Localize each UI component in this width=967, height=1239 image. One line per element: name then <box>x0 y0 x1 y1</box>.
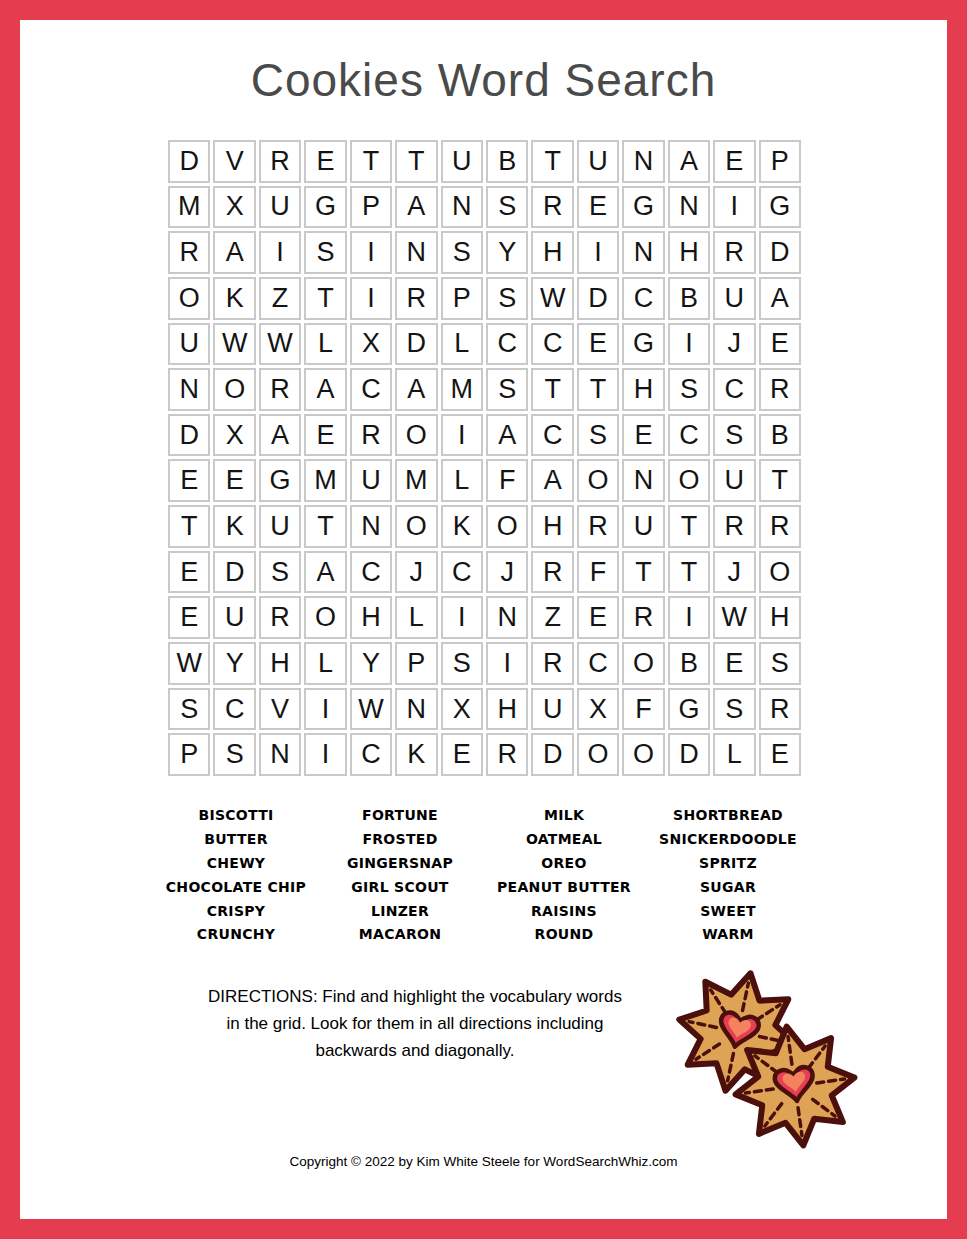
directions-text: DIRECTIONS: Find and highlight the vocab… <box>160 983 670 1064</box>
grid-cell-r9c3[interactable]: U <box>259 505 301 548</box>
grid-cell-r12c5[interactable]: Y <box>350 642 392 685</box>
grid-cell-r11c2[interactable]: U <box>213 596 255 639</box>
grid-cell-r14c5[interactable]: C <box>350 733 392 776</box>
grid-cell-r1c8[interactable]: B <box>486 140 528 183</box>
grid-cell-r10c11[interactable]: T <box>622 551 664 594</box>
word-list: BISCOTTIBUTTERCHEWYCHOCOLATE CHIPCRISPYC… <box>154 804 810 947</box>
grid-cell-r12c13[interactable]: E <box>713 642 755 685</box>
grid-cell-r2c4[interactable]: G <box>304 186 346 229</box>
word-item: OATMEAL <box>482 828 646 852</box>
grid-cell-r11c12[interactable]: I <box>668 596 710 639</box>
grid-cell-r11c4[interactable]: O <box>304 596 346 639</box>
grid-cell-r1c11[interactable]: N <box>622 140 664 183</box>
grid-cell-r3c5[interactable]: I <box>350 231 392 274</box>
grid-cell-r11c5[interactable]: H <box>350 596 392 639</box>
word-list-column-4: SHORTBREADSNICKERDOODLESPRITZSUGARSWEETW… <box>646 804 810 947</box>
page-title: Cookies Word Search <box>20 53 947 107</box>
grid-cell-r1c7[interactable]: U <box>441 140 483 183</box>
grid-cell-r9c6[interactable]: O <box>395 505 437 548</box>
grid-cell-r10c8[interactable]: J <box>486 551 528 594</box>
grid-cell-r7c3[interactable]: A <box>259 414 301 457</box>
grid-cell-r9c14[interactable]: R <box>759 505 801 548</box>
grid-cell-r3c13[interactable]: R <box>713 231 755 274</box>
grid-cell-r4c1[interactable]: O <box>168 277 210 320</box>
grid-cell-r5c2[interactable]: W <box>213 323 255 366</box>
grid-cell-r11c9[interactable]: Z <box>531 596 573 639</box>
grid-cell-r8c9[interactable]: A <box>531 459 573 502</box>
directions-line: in the grid. Look for them in all direct… <box>160 1010 670 1037</box>
grid-cell-r10c9[interactable]: R <box>531 551 573 594</box>
grid-cell-r9c4[interactable]: T <box>304 505 346 548</box>
grid-cell-r7c7[interactable]: I <box>441 414 483 457</box>
grid-cell-r13c14[interactable]: R <box>759 688 801 731</box>
word-item: MILK <box>482 804 646 828</box>
grid-cell-r1c9[interactable]: T <box>531 140 573 183</box>
grid-cell-r7c12[interactable]: C <box>668 414 710 457</box>
grid-cell-r12c4[interactable]: L <box>304 642 346 685</box>
grid-cell-r3c9[interactable]: H <box>531 231 573 274</box>
grid-cell-r3c4[interactable]: S <box>304 231 346 274</box>
grid-cell-r11c11[interactable]: R <box>622 596 664 639</box>
grid-cell-r6c4[interactable]: A <box>304 368 346 411</box>
grid-cell-r13c8[interactable]: H <box>486 688 528 731</box>
grid-cell-r3c12[interactable]: H <box>668 231 710 274</box>
grid-cell-r12c3[interactable]: H <box>259 642 301 685</box>
grid-cell-r6c11[interactable]: H <box>622 368 664 411</box>
grid-cell-r2c5[interactable]: P <box>350 186 392 229</box>
grid-cell-r8c10[interactable]: O <box>577 459 619 502</box>
grid-cell-r9c13[interactable]: R <box>713 505 755 548</box>
grid-cell-r5c11[interactable]: G <box>622 323 664 366</box>
grid-cell-r3c10[interactable]: I <box>577 231 619 274</box>
grid-cell-r13c13[interactable]: S <box>713 688 755 731</box>
grid-cell-r5c7[interactable]: L <box>441 323 483 366</box>
grid-cell-r9c9[interactable]: H <box>531 505 573 548</box>
grid-cell-r10c12[interactable]: T <box>668 551 710 594</box>
grid-cell-r9c12[interactable]: T <box>668 505 710 548</box>
word-item: CRUNCHY <box>154 923 318 947</box>
grid-cell-r2c6[interactable]: A <box>395 186 437 229</box>
grid-cell-r6c10[interactable]: T <box>577 368 619 411</box>
grid-cell-r3c8[interactable]: Y <box>486 231 528 274</box>
grid-cell-r13c5[interactable]: W <box>350 688 392 731</box>
grid-cell-r8c2[interactable]: E <box>213 459 255 502</box>
grid-cell-r14c3[interactable]: N <box>259 733 301 776</box>
grid-cell-r4c8[interactable]: S <box>486 277 528 320</box>
grid-cell-r5c8[interactable]: C <box>486 323 528 366</box>
grid-cell-r13c7[interactable]: X <box>441 688 483 731</box>
grid-cell-r9c7[interactable]: K <box>441 505 483 548</box>
grid-cell-r6c1[interactable]: N <box>168 368 210 411</box>
grid-cell-r4c10[interactable]: D <box>577 277 619 320</box>
grid-cell-r4c12[interactable]: B <box>668 277 710 320</box>
grid-cell-r1c6[interactable]: T <box>395 140 437 183</box>
grid-cell-r12c11[interactable]: O <box>622 642 664 685</box>
grid-cell-r8c5[interactable]: U <box>350 459 392 502</box>
grid-cell-r10c7[interactable]: C <box>441 551 483 594</box>
directions-line: backwards and diagonally. <box>160 1037 670 1064</box>
grid-cell-r7c8[interactable]: A <box>486 414 528 457</box>
grid-cell-r3c1[interactable]: R <box>168 231 210 274</box>
grid-cell-r14c4[interactable]: I <box>304 733 346 776</box>
grid-cell-r3c7[interactable]: S <box>441 231 483 274</box>
grid-cell-r1c2[interactable]: V <box>213 140 255 183</box>
grid-cell-r10c6[interactable]: J <box>395 551 437 594</box>
grid-cell-r5c1[interactable]: U <box>168 323 210 366</box>
grid-cell-r6c12[interactable]: S <box>668 368 710 411</box>
grid-cell-r9c8[interactable]: O <box>486 505 528 548</box>
grid-cell-r12c9[interactable]: R <box>531 642 573 685</box>
word-item: OREO <box>482 852 646 876</box>
grid-cell-r6c14[interactable]: R <box>759 368 801 411</box>
grid-cell-r11c14[interactable]: H <box>759 596 801 639</box>
grid-cell-r5c9[interactable]: C <box>531 323 573 366</box>
grid-cell-r6c3[interactable]: R <box>259 368 301 411</box>
grid-cell-r11c3[interactable]: R <box>259 596 301 639</box>
word-list-column-2: FORTUNEFROSTEDGINGERSNAPGIRL SCOUTLINZER… <box>318 804 482 947</box>
grid-cell-r2c12[interactable]: N <box>668 186 710 229</box>
grid-cell-r4c2[interactable]: K <box>213 277 255 320</box>
grid-cell-r14c7[interactable]: E <box>441 733 483 776</box>
word-item: SPRITZ <box>646 852 810 876</box>
word-item: SUGAR <box>646 876 810 900</box>
grid-cell-r14c10[interactable]: O <box>577 733 619 776</box>
word-item: BUTTER <box>154 828 318 852</box>
grid-cell-r1c12[interactable]: A <box>668 140 710 183</box>
grid-cell-r8c4[interactable]: M <box>304 459 346 502</box>
grid-cell-r7c4[interactable]: E <box>304 414 346 457</box>
grid-cell-r6c6[interactable]: A <box>395 368 437 411</box>
grid-cell-r10c14[interactable]: O <box>759 551 801 594</box>
grid-cell-r14c13[interactable]: L <box>713 733 755 776</box>
grid-cell-r8c13[interactable]: U <box>713 459 755 502</box>
grid-cell-r5c5[interactable]: X <box>350 323 392 366</box>
grid-cell-r3c14[interactable]: D <box>759 231 801 274</box>
grid-cell-r5c4[interactable]: L <box>304 323 346 366</box>
grid-cell-r8c8[interactable]: F <box>486 459 528 502</box>
grid-cell-r7c13[interactable]: S <box>713 414 755 457</box>
word-item: CHOCOLATE CHIP <box>154 876 318 900</box>
grid-cell-r12c10[interactable]: C <box>577 642 619 685</box>
grid-cell-r10c1[interactable]: E <box>168 551 210 594</box>
grid-cell-r14c2[interactable]: S <box>213 733 255 776</box>
grid-cell-r8c3[interactable]: G <box>259 459 301 502</box>
word-search-grid: DVRETTUBTUNAEPMXUGPANSREGNIGRAISINSYHINH… <box>168 140 801 776</box>
grid-cell-r5c10[interactable]: E <box>577 323 619 366</box>
grid-cell-r12c12[interactable]: B <box>668 642 710 685</box>
grid-cell-r2c2[interactable]: X <box>213 186 255 229</box>
grid-cell-r12c1[interactable]: W <box>168 642 210 685</box>
grid-cell-r8c11[interactable]: N <box>622 459 664 502</box>
grid-cell-r2c11[interactable]: G <box>622 186 664 229</box>
grid-cell-r10c10[interactable]: F <box>577 551 619 594</box>
grid-cell-r2c1[interactable]: M <box>168 186 210 229</box>
grid-cell-r2c13[interactable]: I <box>713 186 755 229</box>
grid-cell-r7c9[interactable]: C <box>531 414 573 457</box>
grid-cell-r10c2[interactable]: D <box>213 551 255 594</box>
word-item: SWEET <box>646 900 810 924</box>
word-item: CRISPY <box>154 900 318 924</box>
grid-cell-r1c10[interactable]: U <box>577 140 619 183</box>
grid-cell-r10c13[interactable]: J <box>713 551 755 594</box>
word-item: MACARON <box>318 923 482 947</box>
grid-cell-r2c3[interactable]: U <box>259 186 301 229</box>
word-item: ROUND <box>482 923 646 947</box>
grid-cell-r10c4[interactable]: A <box>304 551 346 594</box>
grid-cell-r7c2[interactable]: X <box>213 414 255 457</box>
grid-cell-r1c1[interactable]: D <box>168 140 210 183</box>
grid-cell-r13c11[interactable]: F <box>622 688 664 731</box>
grid-cell-r8c7[interactable]: L <box>441 459 483 502</box>
word-item: WARM <box>646 923 810 947</box>
grid-cell-r8c6[interactable]: M <box>395 459 437 502</box>
grid-cell-r14c9[interactable]: D <box>531 733 573 776</box>
grid-cell-r4c4[interactable]: T <box>304 277 346 320</box>
grid-cell-r7c5[interactable]: R <box>350 414 392 457</box>
word-item: GINGERSNAP <box>318 852 482 876</box>
grid-cell-r14c8[interactable]: R <box>486 733 528 776</box>
grid-cell-r4c3[interactable]: Z <box>259 277 301 320</box>
grid-cell-r4c13[interactable]: U <box>713 277 755 320</box>
grid-cell-r5c3[interactable]: W <box>259 323 301 366</box>
grid-cell-r2c7[interactable]: N <box>441 186 483 229</box>
grid-cell-r11c10[interactable]: E <box>577 596 619 639</box>
cookies-illustration <box>672 968 887 1163</box>
grid-cell-r10c3[interactable]: S <box>259 551 301 594</box>
grid-cell-r1c14[interactable]: P <box>759 140 801 183</box>
word-item: FORTUNE <box>318 804 482 828</box>
grid-cell-r14c12[interactable]: D <box>668 733 710 776</box>
grid-cell-r3c11[interactable]: N <box>622 231 664 274</box>
grid-cell-r12c6[interactable]: P <box>395 642 437 685</box>
grid-cell-r5c14[interactable]: E <box>759 323 801 366</box>
grid-cell-r7c14[interactable]: B <box>759 414 801 457</box>
grid-cell-r14c6[interactable]: K <box>395 733 437 776</box>
grid-cell-r9c1[interactable]: T <box>168 505 210 548</box>
grid-cell-r6c7[interactable]: M <box>441 368 483 411</box>
grid-cell-r8c12[interactable]: O <box>668 459 710 502</box>
grid-cell-r4c9[interactable]: W <box>531 277 573 320</box>
grid-cell-r8c14[interactable]: T <box>759 459 801 502</box>
word-item: SNICKERDOODLE <box>646 828 810 852</box>
grid-cell-r13c10[interactable]: X <box>577 688 619 731</box>
word-list-column-1: BISCOTTIBUTTERCHEWYCHOCOLATE CHIPCRISPYC… <box>154 804 318 947</box>
grid-cell-r6c13[interactable]: C <box>713 368 755 411</box>
grid-cell-r14c1[interactable]: P <box>168 733 210 776</box>
grid-cell-r13c2[interactable]: C <box>213 688 255 731</box>
word-item: SHORTBREAD <box>646 804 810 828</box>
grid-cell-r7c6[interactable]: O <box>395 414 437 457</box>
word-item: CHEWY <box>154 852 318 876</box>
grid-cell-r4c5[interactable]: I <box>350 277 392 320</box>
grid-cell-r4c7[interactable]: P <box>441 277 483 320</box>
word-item: GIRL SCOUT <box>318 876 482 900</box>
grid-cell-r2c14[interactable]: G <box>759 186 801 229</box>
grid-cell-r14c14[interactable]: E <box>759 733 801 776</box>
directions-line: DIRECTIONS: Find and highlight the vocab… <box>160 983 670 1010</box>
grid-cell-r6c2[interactable]: O <box>213 368 255 411</box>
grid-cell-r13c6[interactable]: N <box>395 688 437 731</box>
grid-cell-r11c6[interactable]: L <box>395 596 437 639</box>
grid-cell-r11c13[interactable]: W <box>713 596 755 639</box>
grid-cell-r7c1[interactable]: D <box>168 414 210 457</box>
grid-cell-r12c2[interactable]: Y <box>213 642 255 685</box>
grid-cell-r2c8[interactable]: S <box>486 186 528 229</box>
word-item: FROSTED <box>318 828 482 852</box>
grid-cell-r5c13[interactable]: J <box>713 323 755 366</box>
grid-cell-r9c2[interactable]: K <box>213 505 255 548</box>
grid-cell-r6c9[interactable]: T <box>531 368 573 411</box>
grid-cell-r13c4[interactable]: I <box>304 688 346 731</box>
grid-cell-r11c1[interactable]: E <box>168 596 210 639</box>
grid-cell-r1c4[interactable]: E <box>304 140 346 183</box>
grid-cell-r9c5[interactable]: N <box>350 505 392 548</box>
grid-cell-r9c11[interactable]: U <box>622 505 664 548</box>
grid-cell-r5c6[interactable]: D <box>395 323 437 366</box>
grid-cell-r7c10[interactable]: S <box>577 414 619 457</box>
grid-cell-r3c3[interactable]: I <box>259 231 301 274</box>
grid-cell-r3c2[interactable]: A <box>213 231 255 274</box>
grid-cell-r13c9[interactable]: U <box>531 688 573 731</box>
grid-cell-r10c5[interactable]: C <box>350 551 392 594</box>
grid-cell-r9c10[interactable]: R <box>577 505 619 548</box>
grid-cell-r14c11[interactable]: O <box>622 733 664 776</box>
grid-cell-r2c10[interactable]: E <box>577 186 619 229</box>
grid-cell-r11c7[interactable]: I <box>441 596 483 639</box>
grid-cell-r4c11[interactable]: C <box>622 277 664 320</box>
grid-cell-r1c5[interactable]: T <box>350 140 392 183</box>
grid-cell-r13c12[interactable]: G <box>668 688 710 731</box>
word-list-column-3: MILKOATMEALOREOPEANUT BUTTERRAISINSROUND <box>482 804 646 947</box>
word-item: BISCOTTI <box>154 804 318 828</box>
grid-cell-r12c14[interactable]: S <box>759 642 801 685</box>
copyright-text: Copyright © 2022 by Kim White Steele for… <box>20 1154 947 1169</box>
grid-cell-r12c8[interactable]: I <box>486 642 528 685</box>
grid-cell-r1c3[interactable]: R <box>259 140 301 183</box>
grid-cell-r6c8[interactable]: S <box>486 368 528 411</box>
word-item: RAISINS <box>482 900 646 924</box>
grid-cell-r11c8[interactable]: N <box>486 596 528 639</box>
worksheet-page: Cookies Word Search DVRETTUBTUNAEPMXUGPA… <box>0 0 967 1239</box>
grid-cell-r6c5[interactable]: C <box>350 368 392 411</box>
grid-cell-r7c11[interactable]: E <box>622 414 664 457</box>
word-item: PEANUT BUTTER <box>482 876 646 900</box>
grid-cell-r1c13[interactable]: E <box>713 140 755 183</box>
grid-cell-r12c7[interactable]: S <box>441 642 483 685</box>
grid-cell-r2c9[interactable]: R <box>531 186 573 229</box>
grid-cell-r8c1[interactable]: E <box>168 459 210 502</box>
grid-cell-r3c6[interactable]: N <box>395 231 437 274</box>
grid-cell-r13c3[interactable]: V <box>259 688 301 731</box>
grid-cell-r5c12[interactable]: I <box>668 323 710 366</box>
grid-cell-r13c1[interactable]: S <box>168 688 210 731</box>
grid-cell-r4c14[interactable]: A <box>759 277 801 320</box>
word-item: LINZER <box>318 900 482 924</box>
grid-cell-r4c6[interactable]: R <box>395 277 437 320</box>
